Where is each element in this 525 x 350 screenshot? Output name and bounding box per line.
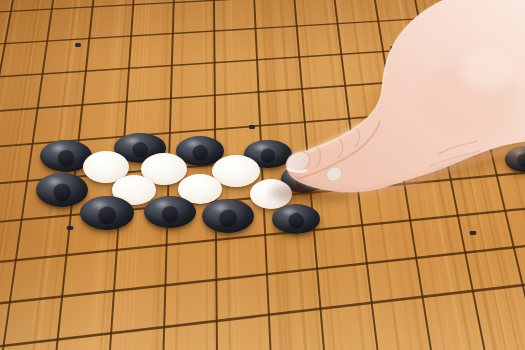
hand-layer [0,0,525,350]
knuckle-highlight [461,50,513,90]
go-photo: ○○○○○○●●●●●●●●●●● [0,0,525,350]
